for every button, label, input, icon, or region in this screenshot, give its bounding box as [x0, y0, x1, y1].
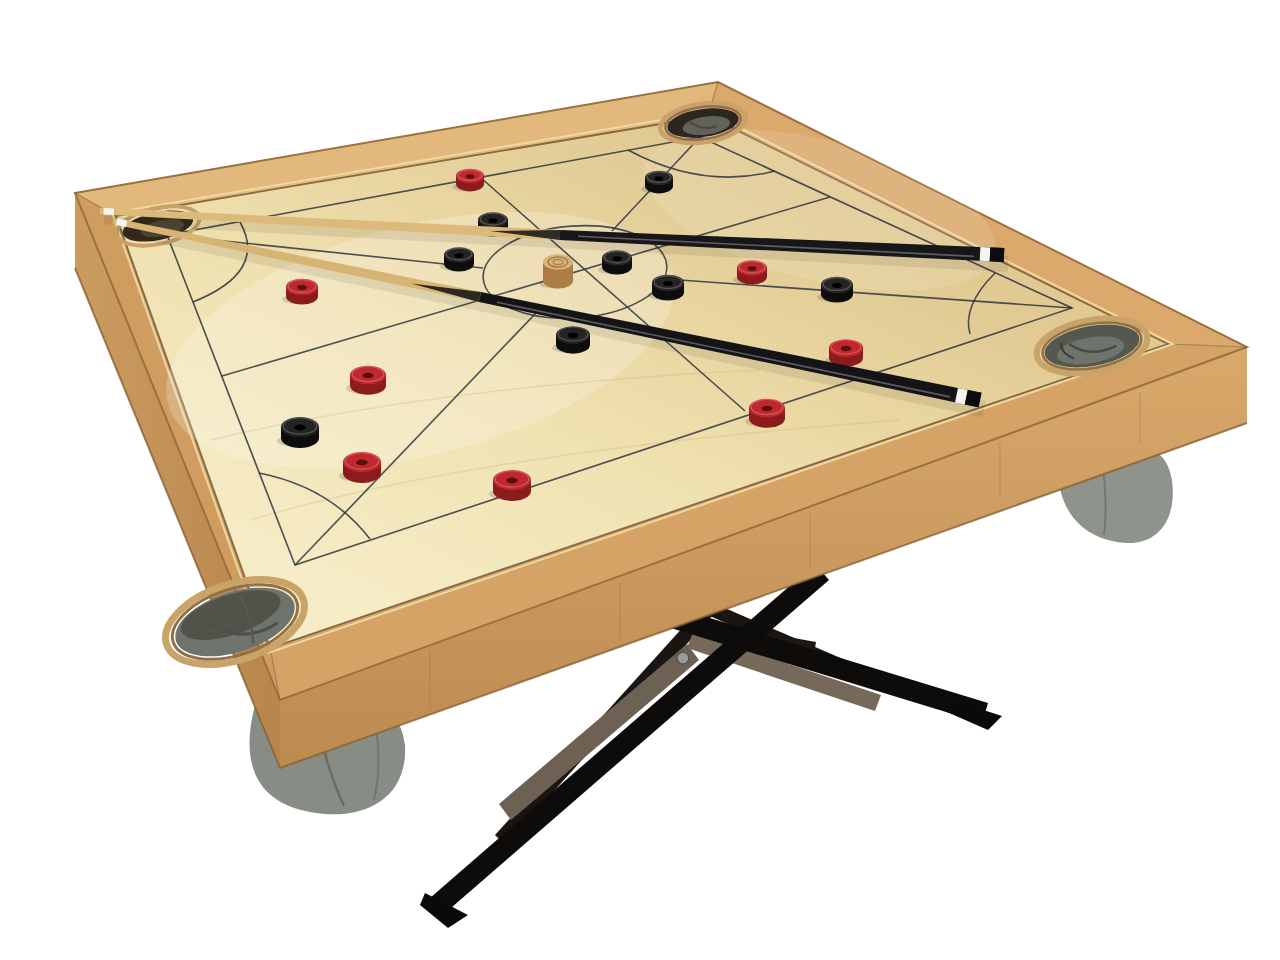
cue-end-cap — [965, 390, 982, 407]
centre-block[interactable] — [539, 254, 573, 288]
cue-butt-ring — [980, 247, 991, 261]
product-photo — [0, 0, 1280, 960]
cue-end-cap — [990, 247, 1005, 262]
cue-ferrule — [104, 208, 115, 215]
leg-pivot-bolt — [677, 652, 689, 664]
